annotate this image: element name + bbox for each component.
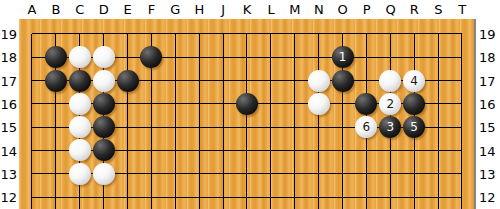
intersection-E12[interactable] [116,185,140,208]
column-labels: ABCDEFGHJKLMNOPQRST [0,0,500,19]
intersection-F16[interactable] [139,92,163,115]
intersection-O17[interactable] [331,69,355,92]
intersection-B12[interactable] [44,185,68,208]
move-number-5: 5 [410,121,418,133]
intersection-H13[interactable] [187,162,211,185]
stone-white-N16[interactable] [308,93,330,115]
intersection-K12[interactable] [235,185,259,208]
intersection-Q14[interactable] [378,139,402,162]
intersection-Q18[interactable] [378,46,402,69]
intersection-H19[interactable] [187,22,211,45]
intersection-B16[interactable] [44,92,68,115]
intersection-M16[interactable] [283,92,307,115]
intersection-T18[interactable] [450,46,474,69]
intersection-G18[interactable] [163,46,187,69]
row-label-right-13: 13 [479,166,496,181]
stone-white-D18[interactable] [93,46,115,68]
row-label-right-15: 15 [479,120,496,135]
row-label-left-17: 17 [0,73,17,88]
intersection-R14[interactable] [402,139,426,162]
col-label-S: S [434,1,442,18]
intersection-T17[interactable] [450,69,474,92]
intersection-C18[interactable] [68,46,92,69]
intersection-H14[interactable] [187,139,211,162]
intersection-R19[interactable] [402,22,426,45]
stone-white-D13[interactable] [93,163,115,185]
intersection-K15[interactable] [235,115,259,138]
stone-white-C16[interactable] [69,93,91,115]
intersection-E18[interactable] [116,46,140,69]
intersection-S18[interactable] [426,46,450,69]
intersection-M14[interactable] [283,139,307,162]
row-label-right-17: 17 [479,73,496,88]
stone-black-F18[interactable] [140,46,162,68]
intersection-K14[interactable] [235,139,259,162]
intersection-A19[interactable] [20,22,44,45]
intersection-F12[interactable] [139,185,163,208]
col-label-A: A [28,1,37,18]
intersection-J15[interactable] [211,115,235,138]
row-label-left-12: 12 [0,190,17,205]
intersection-F17[interactable] [139,69,163,92]
intersection-L16[interactable] [259,92,283,115]
intersection-G12[interactable] [163,185,187,208]
intersection-P12[interactable] [354,185,378,208]
go-diagram: 142635 ABCDEFGHJKLMNOPQRST 1918171615141… [0,0,500,209]
intersection-M13[interactable] [283,162,307,185]
intersection-E15[interactable] [116,115,140,138]
intersection-A14[interactable] [20,139,44,162]
intersection-R16[interactable] [402,92,426,115]
col-label-M: M [289,1,300,18]
move-number-1: 1 [339,51,347,63]
intersection-M18[interactable] [283,46,307,69]
row-label-left-18: 18 [0,50,17,65]
intersection-H18[interactable] [187,46,211,69]
intersection-C15[interactable] [68,115,92,138]
intersection-E14[interactable] [116,139,140,162]
intersection-O18[interactable]: 1 [331,46,355,69]
col-label-E: E [123,1,131,18]
intersection-L15[interactable] [259,115,283,138]
intersection-B19[interactable] [44,22,68,45]
row-labels-left: 1918171615141312 [0,0,19,209]
intersection-D14[interactable] [92,139,116,162]
go-board[interactable]: 142635 [19,19,474,209]
intersection-C17[interactable] [68,69,92,92]
intersection-P18[interactable] [354,46,378,69]
intersection-S12[interactable] [426,185,450,208]
intersection-J17[interactable] [211,69,235,92]
intersection-N18[interactable] [307,46,331,69]
intersection-K17[interactable] [235,69,259,92]
intersection-G15[interactable] [163,115,187,138]
go-board-grid[interactable]: 142635 [20,22,474,208]
stone-black-R15[interactable]: 5 [403,116,425,138]
intersection-L17[interactable] [259,69,283,92]
col-label-N: N [314,1,324,18]
move-number-3: 3 [386,121,394,133]
intersection-J13[interactable] [211,162,235,185]
intersection-H12[interactable] [187,185,211,208]
row-label-right-12: 12 [479,190,496,205]
intersection-E13[interactable] [116,162,140,185]
intersection-F13[interactable] [139,162,163,185]
intersection-A16[interactable] [20,92,44,115]
intersection-H15[interactable] [187,115,211,138]
intersection-S19[interactable] [426,22,450,45]
intersection-M17[interactable] [283,69,307,92]
intersection-D12[interactable] [92,185,116,208]
intersection-O19[interactable] [331,22,355,45]
col-label-T: T [458,1,466,18]
intersection-B18[interactable] [44,46,68,69]
stone-white-C14[interactable] [69,139,91,161]
row-label-left-19: 19 [0,27,17,42]
intersection-C16[interactable] [68,92,92,115]
stone-white-R17[interactable]: 4 [403,70,425,92]
intersection-P15[interactable]: 6 [354,115,378,138]
stone-white-Q17[interactable] [379,70,401,92]
intersection-D13[interactable] [92,162,116,185]
intersection-K13[interactable] [235,162,259,185]
intersection-P14[interactable] [354,139,378,162]
intersection-K19[interactable] [235,22,259,45]
intersection-L18[interactable] [259,46,283,69]
intersection-P13[interactable] [354,162,378,185]
col-label-K: K [243,1,252,18]
col-label-C: C [75,1,84,18]
intersection-N15[interactable] [307,115,331,138]
intersection-J14[interactable] [211,139,235,162]
intersection-S15[interactable] [426,115,450,138]
stone-white-P15[interactable]: 6 [355,116,377,138]
intersection-T16[interactable] [450,92,474,115]
intersection-N14[interactable] [307,139,331,162]
intersection-C19[interactable] [68,22,92,45]
intersection-M15[interactable] [283,115,307,138]
stone-black-D15[interactable] [93,116,115,138]
intersection-J19[interactable] [211,22,235,45]
intersection-F14[interactable] [139,139,163,162]
intersection-R15[interactable]: 5 [402,115,426,138]
intersection-Q13[interactable] [378,162,402,185]
intersection-R13[interactable] [402,162,426,185]
intersection-A18[interactable] [20,46,44,69]
intersection-Q12[interactable] [378,185,402,208]
row-label-right-14: 14 [479,143,496,158]
stone-black-R16[interactable] [403,93,425,115]
intersection-E17[interactable] [116,69,140,92]
col-label-R: R [410,1,419,18]
row-label-right-18: 18 [479,50,496,65]
intersection-D17[interactable] [92,69,116,92]
intersection-G19[interactable] [163,22,187,45]
intersection-N17[interactable] [307,69,331,92]
intersection-B13[interactable] [44,162,68,185]
intersection-K18[interactable] [235,46,259,69]
row-label-left-16: 16 [0,96,17,111]
stone-black-C17[interactable] [69,70,91,92]
intersection-J12[interactable] [211,185,235,208]
stone-white-C15[interactable] [69,116,91,138]
intersection-N12[interactable] [307,185,331,208]
intersection-G13[interactable] [163,162,187,185]
intersection-T12[interactable] [450,185,474,208]
intersection-T19[interactable] [450,22,474,45]
stone-black-B18[interactable] [45,46,67,68]
intersection-P16[interactable] [354,92,378,115]
intersection-R17[interactable]: 4 [402,69,426,92]
col-label-D: D [99,1,109,18]
intersection-T14[interactable] [450,139,474,162]
intersection-A17[interactable] [20,69,44,92]
stone-white-N17[interactable] [308,70,330,92]
col-label-P: P [363,1,371,18]
intersection-D19[interactable] [92,22,116,45]
intersection-B17[interactable] [44,69,68,92]
intersection-A13[interactable] [20,162,44,185]
move-number-6: 6 [363,121,371,133]
intersection-N13[interactable] [307,162,331,185]
intersection-Q16[interactable]: 2 [378,92,402,115]
stone-white-C18[interactable] [69,46,91,68]
intersection-E16[interactable] [116,92,140,115]
intersection-R12[interactable] [402,185,426,208]
intersection-G14[interactable] [163,139,187,162]
intersection-D15[interactable] [92,115,116,138]
intersection-R18[interactable] [402,46,426,69]
intersection-F19[interactable] [139,22,163,45]
row-label-left-14: 14 [0,143,17,158]
stone-black-B17[interactable] [45,70,67,92]
col-label-G: G [170,1,180,18]
intersection-O16[interactable] [331,92,355,115]
col-label-B: B [51,1,60,18]
intersection-L19[interactable] [259,22,283,45]
stone-black-O17[interactable] [332,70,354,92]
col-label-F: F [148,1,155,18]
intersection-D16[interactable] [92,92,116,115]
intersection-H17[interactable] [187,69,211,92]
intersection-A12[interactable] [20,185,44,208]
stone-white-D17[interactable] [93,70,115,92]
intersection-O13[interactable] [331,162,355,185]
stone-black-O18[interactable]: 1 [332,46,354,68]
row-label-left-15: 15 [0,120,17,135]
intersection-Q17[interactable] [378,69,402,92]
intersection-B15[interactable] [44,115,68,138]
row-labels-right: 1918171615141312 [476,0,500,209]
row-label-right-16: 16 [479,96,496,111]
intersection-O14[interactable] [331,139,355,162]
intersection-K16[interactable] [235,92,259,115]
move-number-2: 2 [386,98,394,110]
intersection-J18[interactable] [211,46,235,69]
intersection-M12[interactable] [283,185,307,208]
col-label-O: O [338,1,348,18]
intersection-S13[interactable] [426,162,450,185]
row-label-left-13: 13 [0,166,17,181]
intersection-D18[interactable] [92,46,116,69]
intersection-T15[interactable] [450,115,474,138]
intersection-B14[interactable] [44,139,68,162]
col-label-Q: Q [385,1,395,18]
col-label-J: J [221,1,225,18]
intersection-G17[interactable] [163,69,187,92]
intersection-M19[interactable] [283,22,307,45]
intersection-N19[interactable] [307,22,331,45]
intersection-L12[interactable] [259,185,283,208]
intersection-O12[interactable] [331,185,355,208]
intersection-L14[interactable] [259,139,283,162]
intersection-S17[interactable] [426,69,450,92]
col-label-L: L [267,1,274,18]
intersection-F18[interactable] [139,46,163,69]
stone-black-K16[interactable] [236,93,258,115]
intersection-S16[interactable] [426,92,450,115]
move-number-4: 4 [410,75,418,87]
intersection-J16[interactable] [211,92,235,115]
stone-black-Q15[interactable]: 3 [379,116,401,138]
stone-black-D16[interactable] [93,93,115,115]
intersection-G16[interactable] [163,92,187,115]
intersection-O15[interactable] [331,115,355,138]
stone-white-Q16[interactable]: 2 [379,93,401,115]
intersection-S14[interactable] [426,139,450,162]
intersection-C13[interactable] [68,162,92,185]
intersection-Q15[interactable]: 3 [378,115,402,138]
stone-black-D14[interactable] [93,139,115,161]
intersection-H16[interactable] [187,92,211,115]
stone-black-E17[interactable] [117,70,139,92]
intersection-L13[interactable] [259,162,283,185]
intersection-P19[interactable] [354,22,378,45]
intersection-C14[interactable] [68,139,92,162]
intersection-Q19[interactable] [378,22,402,45]
stone-white-C13[interactable] [69,163,91,185]
intersection-F15[interactable] [139,115,163,138]
intersection-C12[interactable] [68,185,92,208]
intersection-T13[interactable] [450,162,474,185]
stone-black-P16[interactable] [355,93,377,115]
intersection-P17[interactable] [354,69,378,92]
col-label-H: H [194,1,204,18]
intersection-N16[interactable] [307,92,331,115]
intersection-A15[interactable] [20,115,44,138]
intersection-E19[interactable] [116,22,140,45]
row-label-right-19: 19 [479,27,496,42]
